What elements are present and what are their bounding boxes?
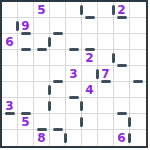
grid-cell-r4c4[interactable] xyxy=(50,50,66,66)
consecutive-marker-horizontal-dash xyxy=(85,48,95,51)
consecutive-marker-horizontal-dash xyxy=(101,80,111,83)
grid-cell-r9c2[interactable] xyxy=(18,130,34,146)
grid-cell-r2c8[interactable] xyxy=(114,18,130,34)
consecutive-marker-horizontal-dash xyxy=(117,16,127,19)
grid-cell-r5c8[interactable] xyxy=(114,66,130,82)
grid-cell-r5c5[interactable]: 3 xyxy=(66,66,82,82)
consecutive-marker-horizontal-dash xyxy=(37,128,47,131)
grid-cell-r2c7[interactable] xyxy=(98,18,114,34)
given-digit: 4 xyxy=(85,83,93,95)
consecutive-marker-horizontal-dash xyxy=(53,80,63,83)
grid-cell-r8c2[interactable]: 5 xyxy=(18,114,34,130)
grid-cell-r9c7[interactable] xyxy=(98,130,114,146)
grid-cell-r2c9[interactable] xyxy=(130,18,146,34)
grid-cell-r4c1[interactable] xyxy=(2,50,18,66)
consecutive-marker-horizontal-dash xyxy=(69,48,79,51)
given-digit: 7 xyxy=(101,67,109,79)
grid-cell-r9c1[interactable] xyxy=(2,130,18,146)
grid-cell-r1c4[interactable] xyxy=(50,2,66,18)
consecutive-marker-horizontal-dash xyxy=(117,112,127,115)
consecutive-marker-vertical-bar xyxy=(48,101,51,111)
consecutive-marker-vertical-bar xyxy=(48,85,51,95)
grid-cell-r6c6[interactable]: 4 xyxy=(82,82,98,98)
consecutive-marker-horizontal-dash xyxy=(69,96,79,99)
consecutive-marker-vertical-bar xyxy=(112,53,115,63)
grid-cell-r5c2[interactable] xyxy=(18,66,34,82)
grid-cell-r4c3[interactable] xyxy=(34,50,50,66)
consecutive-marker-horizontal-dash xyxy=(53,128,63,131)
grid-cell-r6c4[interactable] xyxy=(50,82,66,98)
grid-cell-r3c7[interactable] xyxy=(98,34,114,50)
grid-cell-r6c9[interactable] xyxy=(130,82,146,98)
grid-cell-r5c3[interactable] xyxy=(34,66,50,82)
consecutive-marker-vertical-bar xyxy=(64,133,67,143)
consecutive-marker-horizontal-dash xyxy=(53,32,63,35)
grid-cell-r4c9[interactable] xyxy=(130,50,146,66)
grid-cell-r7c7[interactable] xyxy=(98,98,114,114)
grid-cell-r3c4[interactable] xyxy=(50,34,66,50)
grid-cell-r3c1[interactable]: 6 xyxy=(2,34,18,50)
grid-cell-r2c6[interactable] xyxy=(82,18,98,34)
grid-cell-r9c9[interactable] xyxy=(130,130,146,146)
grid-cell-r2c3[interactable] xyxy=(34,18,50,34)
consecutive-marker-vertical-bar xyxy=(80,101,83,111)
grid-cell-r6c1[interactable] xyxy=(2,82,18,98)
consecutive-marker-horizontal-dash xyxy=(133,80,143,83)
grid-cell-r4c2[interactable] xyxy=(18,50,34,66)
grid-cell-r7c6[interactable] xyxy=(82,98,98,114)
grid-cell-r1c3[interactable]: 5 xyxy=(34,2,50,18)
grid-cell-r4c6[interactable]: 2 xyxy=(82,50,98,66)
grid-cell-r1c9[interactable] xyxy=(130,2,146,18)
grid-cell-r2c5[interactable] xyxy=(66,18,82,34)
given-digit: 5 xyxy=(37,3,45,15)
given-digit: 2 xyxy=(85,51,93,63)
grid-cell-r6c8[interactable] xyxy=(114,82,130,98)
consecutive-marker-horizontal-dash xyxy=(37,48,47,51)
consecutive-marker-vertical-bar xyxy=(80,117,83,127)
consecutive-marker-vertical-bar xyxy=(128,133,131,143)
given-digit: 8 xyxy=(37,132,45,144)
grid-cell-r6c7[interactable] xyxy=(98,82,114,98)
consecutive-marker-vertical-bar xyxy=(16,21,19,31)
consecutive-marker-vertical-bar xyxy=(80,5,83,15)
consecutive-marker-horizontal-dash xyxy=(21,32,31,35)
sudoku-grid: 529623743586 xyxy=(2,2,146,146)
given-digit: 2 xyxy=(117,3,125,15)
grid-cell-r8c9[interactable] xyxy=(130,114,146,130)
consecutive-marker-vertical-bar xyxy=(128,117,131,127)
consecutive-marker-vertical-bar xyxy=(48,37,51,47)
grid-cell-r4c5[interactable] xyxy=(66,50,82,66)
grid-cell-r7c4[interactable] xyxy=(50,98,66,114)
given-digit: 6 xyxy=(117,132,125,144)
grid-cell-r3c8[interactable] xyxy=(114,34,130,50)
consecutive-marker-horizontal-dash xyxy=(85,16,95,19)
given-digit: 3 xyxy=(5,99,13,111)
consecutive-marker-vertical-bar xyxy=(96,69,99,79)
grid-cell-r6c2[interactable] xyxy=(18,82,34,98)
consecutive-marker-horizontal-dash xyxy=(21,112,31,115)
consecutive-sudoku-board: 529623743586 xyxy=(0,0,148,148)
consecutive-marker-horizontal-dash xyxy=(5,112,15,115)
grid-cell-r1c2[interactable] xyxy=(18,2,34,18)
grid-cell-r8c7[interactable] xyxy=(98,114,114,130)
grid-cell-r3c9[interactable] xyxy=(130,34,146,50)
given-digit: 3 xyxy=(69,67,77,79)
consecutive-marker-horizontal-dash xyxy=(21,48,31,51)
given-digit: 9 xyxy=(21,19,29,31)
consecutive-marker-horizontal-dash xyxy=(117,64,127,67)
grid-cell-r8c1[interactable] xyxy=(2,114,18,130)
grid-cell-r9c6[interactable] xyxy=(82,130,98,146)
consecutive-marker-vertical-bar xyxy=(112,5,115,15)
grid-cell-r9c3[interactable]: 8 xyxy=(34,130,50,146)
grid-cell-r7c9[interactable] xyxy=(130,98,146,114)
grid-cell-r1c1[interactable] xyxy=(2,2,18,18)
grid-cell-r5c1[interactable] xyxy=(2,66,18,82)
given-digit: 6 xyxy=(5,35,13,47)
grid-cell-r9c5[interactable] xyxy=(66,130,82,146)
grid-cell-r8c6[interactable] xyxy=(82,114,98,130)
given-digit: 5 xyxy=(21,115,29,127)
